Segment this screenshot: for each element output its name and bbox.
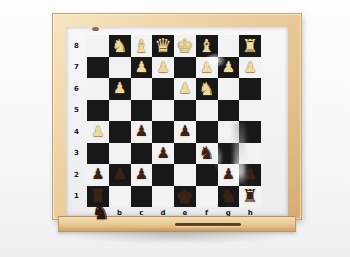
square-a4[interactable]: ♟ <box>87 121 109 143</box>
square-g1[interactable]: ♞ <box>218 186 240 208</box>
piece-brown-pawn: ♟ <box>113 167 126 182</box>
square-c2[interactable]: ♟ <box>131 164 153 186</box>
square-h6[interactable] <box>239 78 261 100</box>
square-b3[interactable] <box>109 143 131 165</box>
square-f5[interactable] <box>196 100 218 122</box>
piece-brown-pawn: ♟ <box>91 167 104 182</box>
piece-cream-pawn: ♟ <box>222 60 235 75</box>
piece-brown-pawn: ♟ <box>222 167 235 182</box>
square-e8[interactable]: ♚ <box>174 35 196 57</box>
square-b8[interactable]: ♞ <box>109 35 131 57</box>
piece-cream-pawn: ♟ <box>243 60 256 75</box>
piece-brown-rook: ♜ <box>242 187 258 205</box>
piece-cream-bishop: ♝ <box>199 37 215 55</box>
piece-cream-bishop: ♝ <box>133 37 149 55</box>
square-e1[interactable]: ♚ <box>174 186 196 208</box>
square-h1[interactable]: ♜ <box>239 186 261 208</box>
square-d4[interactable] <box>152 121 174 143</box>
square-d2[interactable] <box>152 164 174 186</box>
square-b2[interactable]: ♟ <box>109 164 131 186</box>
rank-label-5: 5 <box>66 100 87 122</box>
square-f3[interactable]: ♞ <box>196 143 218 165</box>
square-d8[interactable]: ♛ <box>152 35 174 57</box>
square-h8[interactable]: ♜ <box>239 35 261 57</box>
chess-board: ♞♝♛♚♝♜♟♟♟♟♟♟♟♞♟♟♟♟♞♟♟♟♟♟♜♚♞♜ <box>87 35 261 207</box>
square-c5[interactable] <box>131 100 153 122</box>
square-g2[interactable]: ♟ <box>218 164 240 186</box>
square-c7[interactable]: ♟ <box>131 57 153 79</box>
ledge-groove <box>175 223 241 226</box>
square-g5[interactable] <box>218 100 240 122</box>
square-a6[interactable] <box>87 78 109 100</box>
piece-brown-pawn: ♟ <box>135 167 148 182</box>
square-h4[interactable] <box>239 121 261 143</box>
square-h2[interactable]: ♟ <box>239 164 261 186</box>
board-surface: 87654321 abcdefgh ♞♝♛♚♝♜♟♟♟♟♟♟♟♞♟♟♟♟♞♟♟♟… <box>66 27 288 216</box>
piece-cream-knight: ♞ <box>112 37 128 55</box>
square-b5[interactable] <box>109 100 131 122</box>
piece-brown-knight: ♞ <box>220 187 236 205</box>
square-e4[interactable]: ♟ <box>174 121 196 143</box>
piece-cream-pawn: ♟ <box>156 60 169 75</box>
piece-cream-king: ♚ <box>176 36 193 55</box>
square-d7[interactable]: ♟ <box>152 57 174 79</box>
piece-cream-knight: ♞ <box>199 80 215 98</box>
square-g7[interactable]: ♟ <box>218 57 240 79</box>
piece-brown-pawn: ♟ <box>156 146 169 161</box>
rank-label-1: 1 <box>66 186 87 208</box>
rank-label-4: 4 <box>66 121 87 143</box>
square-e5[interactable] <box>174 100 196 122</box>
piece-cream-queen: ♛ <box>155 36 172 55</box>
piece-cream-pawn: ♟ <box>178 81 191 96</box>
square-g8[interactable] <box>218 35 240 57</box>
piece-cream-pawn: ♟ <box>113 81 126 96</box>
piece-brown-king: ♚ <box>176 187 193 206</box>
rank-label-2: 2 <box>66 164 87 186</box>
hanger-hole <box>92 27 99 31</box>
square-a5[interactable] <box>87 100 109 122</box>
square-f2[interactable] <box>196 164 218 186</box>
square-c4[interactable]: ♟ <box>131 121 153 143</box>
square-g6[interactable] <box>218 78 240 100</box>
square-c1[interactable] <box>131 186 153 208</box>
square-f8[interactable]: ♝ <box>196 35 218 57</box>
square-g4[interactable] <box>218 121 240 143</box>
square-a3[interactable] <box>87 143 109 165</box>
piece-brown-knight: ♞ <box>199 144 215 162</box>
square-a2[interactable]: ♟ <box>87 164 109 186</box>
square-h5[interactable] <box>239 100 261 122</box>
piece-brown-pawn: ♟ <box>178 124 191 139</box>
piece-brown-pawn: ♟ <box>243 167 256 182</box>
rank-labels: 87654321 <box>66 35 87 207</box>
square-e2[interactable] <box>174 164 196 186</box>
square-b6[interactable]: ♟ <box>109 78 131 100</box>
square-b7[interactable] <box>109 57 131 79</box>
square-b1[interactable] <box>109 186 131 208</box>
square-f7[interactable]: ♟ <box>196 57 218 79</box>
square-h3[interactable] <box>239 143 261 165</box>
square-f1[interactable] <box>196 186 218 208</box>
square-h7[interactable]: ♟ <box>239 57 261 79</box>
square-e6[interactable]: ♟ <box>174 78 196 100</box>
spare-knight-icon[interactable]: ♞ <box>90 199 112 223</box>
square-c6[interactable] <box>131 78 153 100</box>
piece-cream-pawn: ♟ <box>200 60 213 75</box>
piece-cream-pawn: ♟ <box>135 60 148 75</box>
wooden-frame: 87654321 abcdefgh ♞♝♛♚♝♜♟♟♟♟♟♟♟♞♟♟♟♟♞♟♟♟… <box>52 13 302 220</box>
square-f4[interactable] <box>196 121 218 143</box>
piece-cream-pawn: ♟ <box>91 124 104 139</box>
square-e3[interactable] <box>174 143 196 165</box>
square-e7[interactable] <box>174 57 196 79</box>
rank-label-6: 6 <box>66 78 87 100</box>
square-a8[interactable] <box>87 35 109 57</box>
square-d5[interactable] <box>152 100 174 122</box>
square-a7[interactable] <box>87 57 109 79</box>
square-c3[interactable] <box>131 143 153 165</box>
square-d6[interactable] <box>152 78 174 100</box>
rank-label-3: 3 <box>66 143 87 165</box>
square-c8[interactable]: ♝ <box>131 35 153 57</box>
piece-cream-rook: ♜ <box>242 37 258 55</box>
piece-brown-pawn: ♟ <box>135 124 148 139</box>
square-d1[interactable] <box>152 186 174 208</box>
square-d3[interactable]: ♟ <box>152 143 174 165</box>
photo-scene: 87654321 abcdefgh ♞♝♛♚♝♜♟♟♟♟♟♟♟♞♟♟♟♟♞♟♟♟… <box>0 0 350 257</box>
rank-label-7: 7 <box>66 57 87 79</box>
rank-label-8: 8 <box>66 35 87 57</box>
square-g3[interactable] <box>218 143 240 165</box>
square-f6[interactable]: ♞ <box>196 78 218 100</box>
square-b4[interactable] <box>109 121 131 143</box>
